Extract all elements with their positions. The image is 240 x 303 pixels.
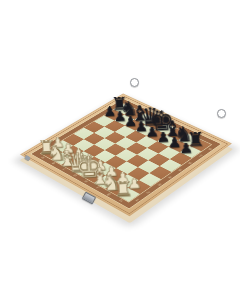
hinge-ring-icon (217, 109, 226, 118)
hinge-ring-icon (130, 78, 139, 87)
chessboard: abcdefgh 87654321 ♜♞♝♛♚♝♞♜♟♟♟♟♟♟♟♟♟♟♟♟♟♟… (20, 94, 232, 217)
product-photo: abcdefgh 87654321 ♜♞♝♛♚♝♞♜♟♟♟♟♟♟♟♟♟♟♟♟♟♟… (0, 0, 240, 303)
board-grid: ♜♞♝♛♚♝♞♜♟♟♟♟♟♟♟♟♟♟♟♟♟♟♟♟♜♞♝♛♚♝♞♜ (40, 103, 212, 202)
board-frame: abcdefgh 87654321 ♜♞♝♛♚♝♞♜♟♟♟♟♟♟♟♟♟♟♟♟♟♟… (20, 94, 232, 217)
